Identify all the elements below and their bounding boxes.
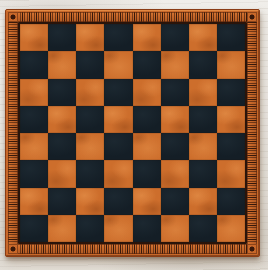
square-f1[interactable] xyxy=(161,215,189,242)
square-d6[interactable] xyxy=(104,79,132,106)
square-g1[interactable] xyxy=(189,215,217,242)
square-f7[interactable] xyxy=(161,51,189,78)
square-c7[interactable] xyxy=(76,51,104,78)
board-border-ornament-bottom xyxy=(8,244,257,254)
square-h8[interactable] xyxy=(217,24,245,51)
square-e8[interactable] xyxy=(133,24,161,51)
square-a3[interactable] xyxy=(20,160,48,187)
square-a8[interactable] xyxy=(20,24,48,51)
square-b7[interactable] xyxy=(48,51,76,78)
square-c4[interactable] xyxy=(76,133,104,160)
square-h5[interactable] xyxy=(217,106,245,133)
square-g3[interactable] xyxy=(189,160,217,187)
square-d1[interactable] xyxy=(104,215,132,242)
square-b2[interactable] xyxy=(48,188,76,215)
square-c2[interactable] xyxy=(76,188,104,215)
square-g7[interactable] xyxy=(189,51,217,78)
square-d8[interactable] xyxy=(104,24,132,51)
square-c6[interactable] xyxy=(76,79,104,106)
square-d4[interactable] xyxy=(104,133,132,160)
square-h7[interactable] xyxy=(217,51,245,78)
square-c8[interactable] xyxy=(76,24,104,51)
square-h1[interactable] xyxy=(217,215,245,242)
square-c1[interactable] xyxy=(76,215,104,242)
border-corner-rosette xyxy=(247,12,257,22)
square-g2[interactable] xyxy=(189,188,217,215)
square-b8[interactable] xyxy=(48,24,76,51)
board-grid xyxy=(20,24,245,242)
square-a4[interactable] xyxy=(20,133,48,160)
board-border-ornament-left xyxy=(8,12,18,254)
square-e6[interactable] xyxy=(133,79,161,106)
square-f2[interactable] xyxy=(161,188,189,215)
square-b4[interactable] xyxy=(48,133,76,160)
square-a5[interactable] xyxy=(20,106,48,133)
square-h6[interactable] xyxy=(217,79,245,106)
square-e2[interactable] xyxy=(133,188,161,215)
square-a6[interactable] xyxy=(20,79,48,106)
square-e4[interactable] xyxy=(133,133,161,160)
square-g8[interactable] xyxy=(189,24,217,51)
scene-root: { "game": "chess", "position": "8/8/8/8/… xyxy=(0,0,268,270)
square-b5[interactable] xyxy=(48,106,76,133)
square-e5[interactable] xyxy=(133,106,161,133)
chess-board xyxy=(5,9,260,257)
border-corner-rosette xyxy=(8,12,18,22)
square-g5[interactable] xyxy=(189,106,217,133)
square-d7[interactable] xyxy=(104,51,132,78)
square-g6[interactable] xyxy=(189,79,217,106)
square-h3[interactable] xyxy=(217,160,245,187)
square-e1[interactable] xyxy=(133,215,161,242)
square-a2[interactable] xyxy=(20,188,48,215)
square-c5[interactable] xyxy=(76,106,104,133)
border-corner-rosette xyxy=(8,244,18,254)
square-h2[interactable] xyxy=(217,188,245,215)
square-f6[interactable] xyxy=(161,79,189,106)
square-g4[interactable] xyxy=(189,133,217,160)
border-corner-rosette xyxy=(247,244,257,254)
square-f5[interactable] xyxy=(161,106,189,133)
square-b6[interactable] xyxy=(48,79,76,106)
square-d5[interactable] xyxy=(104,106,132,133)
square-e3[interactable] xyxy=(133,160,161,187)
square-f4[interactable] xyxy=(161,133,189,160)
square-d2[interactable] xyxy=(104,188,132,215)
square-b1[interactable] xyxy=(48,215,76,242)
square-h4[interactable] xyxy=(217,133,245,160)
square-f8[interactable] xyxy=(161,24,189,51)
square-a7[interactable] xyxy=(20,51,48,78)
square-e7[interactable] xyxy=(133,51,161,78)
board-border-ornament-top xyxy=(8,12,257,22)
board-border-ornament-right xyxy=(247,12,257,254)
square-f3[interactable] xyxy=(161,160,189,187)
square-d3[interactable] xyxy=(104,160,132,187)
square-c3[interactable] xyxy=(76,160,104,187)
square-a1[interactable] xyxy=(20,215,48,242)
square-b3[interactable] xyxy=(48,160,76,187)
